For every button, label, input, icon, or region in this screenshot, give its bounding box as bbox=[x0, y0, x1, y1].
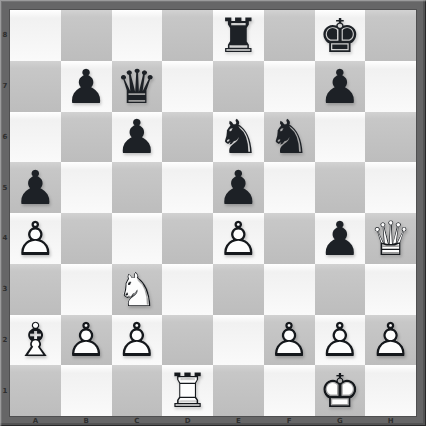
file-label-c: C bbox=[112, 416, 163, 426]
file-label-d: D bbox=[162, 416, 213, 426]
white-rook-d1[interactable]: ♜♖ bbox=[167, 367, 209, 414]
square-a4[interactable]: ♟♙ bbox=[10, 213, 61, 264]
white-bishop-a2[interactable]: ♝♗ bbox=[14, 316, 56, 363]
square-f7[interactable] bbox=[264, 61, 315, 112]
rank-label-4: 4 bbox=[0, 213, 10, 264]
square-g5[interactable] bbox=[315, 162, 366, 213]
black-pawn-c6[interactable]: ♟ bbox=[116, 113, 158, 160]
white-pawn-e4[interactable]: ♟♙ bbox=[217, 215, 259, 262]
square-f6[interactable]: ♞ bbox=[264, 112, 315, 163]
square-f2[interactable]: ♟♙ bbox=[264, 315, 315, 366]
square-g3[interactable] bbox=[315, 264, 366, 315]
square-e6[interactable]: ♞ bbox=[213, 112, 264, 163]
square-d4[interactable] bbox=[162, 213, 213, 264]
file-label-f: F bbox=[264, 416, 315, 426]
rank-label-7: 7 bbox=[0, 61, 10, 112]
black-queen-c7[interactable]: ♛ bbox=[116, 63, 158, 110]
square-c2[interactable]: ♟♙ bbox=[112, 315, 163, 366]
square-e3[interactable] bbox=[213, 264, 264, 315]
square-h7[interactable] bbox=[365, 61, 416, 112]
square-b1[interactable] bbox=[61, 365, 112, 416]
square-d8[interactable] bbox=[162, 10, 213, 61]
white-knight-c3[interactable]: ♞♘ bbox=[116, 266, 158, 313]
square-b2[interactable]: ♟♙ bbox=[61, 315, 112, 366]
chess-board: ♜♚♟♛♟♟♞♞♟♟♟♙♟♙♟♛♕♞♘♝♗♟♙♟♙♟♙♟♙♟♙♜♖♚♔ bbox=[10, 10, 416, 416]
square-b5[interactable] bbox=[61, 162, 112, 213]
black-knight-f6[interactable]: ♞ bbox=[268, 113, 310, 160]
white-pawn-f2[interactable]: ♟♙ bbox=[268, 316, 310, 363]
square-g7[interactable]: ♟ bbox=[315, 61, 366, 112]
square-f3[interactable] bbox=[264, 264, 315, 315]
square-d7[interactable] bbox=[162, 61, 213, 112]
square-h8[interactable] bbox=[365, 10, 416, 61]
black-pawn-e5[interactable]: ♟ bbox=[217, 164, 259, 211]
white-king-g1[interactable]: ♚♔ bbox=[319, 367, 361, 414]
white-pawn-h2[interactable]: ♟♙ bbox=[370, 316, 412, 363]
file-label-h: H bbox=[365, 416, 416, 426]
square-g4[interactable]: ♟ bbox=[315, 213, 366, 264]
rank-label-1: 1 bbox=[0, 365, 10, 416]
square-c4[interactable] bbox=[112, 213, 163, 264]
square-d3[interactable] bbox=[162, 264, 213, 315]
square-b3[interactable] bbox=[61, 264, 112, 315]
square-c5[interactable] bbox=[112, 162, 163, 213]
file-labels: ABCDEFGH bbox=[10, 416, 416, 426]
rank-labels: 87654321 bbox=[0, 10, 10, 416]
square-h1[interactable] bbox=[365, 365, 416, 416]
square-e5[interactable]: ♟ bbox=[213, 162, 264, 213]
rank-label-8: 8 bbox=[0, 10, 10, 61]
square-b8[interactable] bbox=[61, 10, 112, 61]
square-f5[interactable] bbox=[264, 162, 315, 213]
square-e7[interactable] bbox=[213, 61, 264, 112]
square-d1[interactable]: ♜♖ bbox=[162, 365, 213, 416]
square-d5[interactable] bbox=[162, 162, 213, 213]
square-d2[interactable] bbox=[162, 315, 213, 366]
square-b4[interactable] bbox=[61, 213, 112, 264]
square-g6[interactable] bbox=[315, 112, 366, 163]
square-c7[interactable]: ♛ bbox=[112, 61, 163, 112]
square-f1[interactable] bbox=[264, 365, 315, 416]
square-a7[interactable] bbox=[10, 61, 61, 112]
square-h3[interactable] bbox=[365, 264, 416, 315]
black-king-g8[interactable]: ♚ bbox=[319, 12, 361, 59]
square-g2[interactable]: ♟♙ bbox=[315, 315, 366, 366]
square-f8[interactable] bbox=[264, 10, 315, 61]
square-c1[interactable] bbox=[112, 365, 163, 416]
square-f4[interactable] bbox=[264, 213, 315, 264]
square-c3[interactable]: ♞♘ bbox=[112, 264, 163, 315]
black-rook-e8[interactable]: ♜ bbox=[217, 12, 259, 59]
file-label-b: B bbox=[61, 416, 112, 426]
square-a5[interactable]: ♟ bbox=[10, 162, 61, 213]
black-pawn-g4[interactable]: ♟ bbox=[319, 215, 361, 262]
file-label-g: G bbox=[315, 416, 366, 426]
square-h6[interactable] bbox=[365, 112, 416, 163]
square-c6[interactable]: ♟ bbox=[112, 112, 163, 163]
square-d6[interactable] bbox=[162, 112, 213, 163]
rank-label-6: 6 bbox=[0, 112, 10, 163]
square-h4[interactable]: ♛♕ bbox=[365, 213, 416, 264]
black-knight-e6[interactable]: ♞ bbox=[217, 113, 259, 160]
white-pawn-c2[interactable]: ♟♙ bbox=[116, 316, 158, 363]
black-pawn-a5[interactable]: ♟ bbox=[14, 164, 56, 211]
square-b6[interactable] bbox=[61, 112, 112, 163]
square-e1[interactable] bbox=[213, 365, 264, 416]
square-g8[interactable]: ♚ bbox=[315, 10, 366, 61]
square-a6[interactable] bbox=[10, 112, 61, 163]
black-pawn-b7[interactable]: ♟ bbox=[65, 63, 107, 110]
white-pawn-b2[interactable]: ♟♙ bbox=[65, 316, 107, 363]
square-h2[interactable]: ♟♙ bbox=[365, 315, 416, 366]
file-label-a: A bbox=[10, 416, 61, 426]
white-pawn-g2[interactable]: ♟♙ bbox=[319, 316, 361, 363]
square-a2[interactable]: ♝♗ bbox=[10, 315, 61, 366]
square-e2[interactable] bbox=[213, 315, 264, 366]
square-g1[interactable]: ♚♔ bbox=[315, 365, 366, 416]
white-pawn-a4[interactable]: ♟♙ bbox=[14, 215, 56, 262]
square-a8[interactable] bbox=[10, 10, 61, 61]
square-a1[interactable] bbox=[10, 365, 61, 416]
board-frame: ♜♚♟♛♟♟♞♞♟♟♟♙♟♙♟♛♕♞♘♝♗♟♙♟♙♟♙♟♙♟♙♜♖♚♔ 8765… bbox=[0, 0, 426, 426]
white-queen-h4[interactable]: ♛♕ bbox=[370, 215, 412, 262]
square-h5[interactable] bbox=[365, 162, 416, 213]
file-label-e: E bbox=[213, 416, 264, 426]
square-e8[interactable]: ♜ bbox=[213, 10, 264, 61]
square-b7[interactable]: ♟ bbox=[61, 61, 112, 112]
square-e4[interactable]: ♟♙ bbox=[213, 213, 264, 264]
square-c8[interactable] bbox=[112, 10, 163, 61]
black-pawn-g7[interactable]: ♟ bbox=[319, 63, 361, 110]
rank-label-3: 3 bbox=[0, 264, 10, 315]
rank-label-2: 2 bbox=[0, 315, 10, 366]
square-a3[interactable] bbox=[10, 264, 61, 315]
rank-label-5: 5 bbox=[0, 162, 10, 213]
